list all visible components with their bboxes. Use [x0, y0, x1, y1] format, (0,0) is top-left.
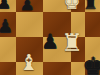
white-rook-piece[interactable]: ♜ — [61, 31, 83, 55]
square-r3-c0-dark[interactable] — [0, 62, 16, 75]
black-pawn-d-piece[interactable]: ♟ — [41, 31, 59, 51]
chess-board-screenshot: ♟♟♟♚♜♟♜♝♚ — [0, 0, 100, 75]
black-king-piece[interactable]: ♚ — [82, 54, 100, 75]
black-pawn-b-piece[interactable]: ♟ — [19, 0, 34, 13]
white-king-piece[interactable]: ♚ — [63, 0, 80, 12]
black-pawn-a-piece[interactable]: ♟ — [0, 0, 11, 11]
square-r1-c4-dark[interactable] — [85, 12, 100, 37]
white-bishop-piece[interactable]: ♝ — [19, 52, 39, 74]
square-r1-c1-light[interactable] — [16, 12, 43, 37]
square-r2-c0-light[interactable] — [0, 37, 16, 62]
black-rook-a-piece[interactable]: ♜ — [82, 0, 97, 12]
black-pawn-c-piece[interactable]: ♟ — [0, 17, 13, 35]
square-r3-c2-dark[interactable] — [43, 62, 71, 75]
